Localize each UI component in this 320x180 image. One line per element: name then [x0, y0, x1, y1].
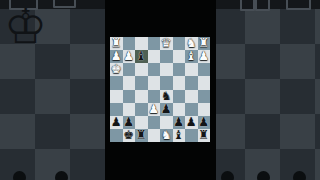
black-pawn-h7: ♟: [111, 116, 122, 129]
white-bishop-b2: ♝: [186, 50, 197, 63]
backdrop-pawn-head-dot: [13, 171, 26, 180]
screenshot-root: ♔ ♜♛♞♜♟♟♝♝♟♚♞♟♟♟♟♟♟♟♚♜♞♝♜: [0, 0, 320, 180]
black-bishop-c8: ♝: [173, 129, 184, 142]
square-d6: ♟: [160, 103, 173, 116]
square-g5: [123, 90, 136, 103]
square-c5: [173, 90, 186, 103]
square-h6: [110, 103, 123, 116]
square-g6: [123, 103, 136, 116]
square-f2: ♝: [135, 50, 148, 63]
backdrop-piece-outline: [255, 0, 270, 11]
square-e3: [148, 63, 161, 76]
backdrop-piece-outline: [286, 0, 311, 10]
white-pawn-a2: ♟: [198, 50, 209, 63]
square-a2: ♟: [198, 50, 211, 63]
square-a5: [198, 90, 211, 103]
square-g1: [123, 37, 136, 50]
square-b6: [185, 103, 198, 116]
square-d1: ♛: [160, 37, 173, 50]
black-rook-f8: ♜: [136, 129, 147, 142]
white-pawn-g2: ♟: [123, 50, 134, 63]
square-d5: ♞: [160, 90, 173, 103]
square-d4: [160, 76, 173, 89]
square-c2: [173, 50, 186, 63]
backdrop-pawn-head-dot: [221, 171, 234, 180]
square-f7: [135, 116, 148, 129]
white-knight-d8: ♞: [161, 129, 172, 142]
square-c1: [173, 37, 186, 50]
black-pawn-d6: ♟: [161, 103, 172, 116]
square-f1: [135, 37, 148, 50]
white-queen-d1: ♛: [161, 37, 172, 50]
square-d2: [160, 50, 173, 63]
square-b8: [185, 129, 198, 142]
black-pawn-b7: ♟: [186, 116, 197, 129]
backdrop-piece-outline: [53, 0, 76, 8]
square-c8: ♝: [173, 129, 186, 142]
backdrop-piece-outline: [240, 0, 255, 11]
square-b7: ♟: [185, 116, 198, 129]
black-bishop-f2: ♝: [136, 50, 147, 63]
square-a7: ♟: [198, 116, 211, 129]
video-frame: ♜♛♞♜♟♟♝♝♟♚♞♟♟♟♟♟♟♟♚♜♞♝♜: [105, 0, 216, 180]
square-a4: [198, 76, 211, 89]
square-f6: [135, 103, 148, 116]
square-b4: [185, 76, 198, 89]
black-king-g8: ♚: [123, 129, 134, 142]
square-b5: [185, 90, 198, 103]
square-e1: [148, 37, 161, 50]
square-e6: ♟: [148, 103, 161, 116]
square-e4: [148, 76, 161, 89]
square-e8: [148, 129, 161, 142]
square-b1: ♞: [185, 37, 198, 50]
black-pawn-c7: ♟: [173, 116, 184, 129]
backdrop-pawn-head-dot: [293, 171, 306, 180]
square-h1: ♜: [110, 37, 123, 50]
square-c3: [173, 63, 186, 76]
square-g2: ♟: [123, 50, 136, 63]
chess-board: ♜♛♞♜♟♟♝♝♟♚♞♟♟♟♟♟♟♟♚♜♞♝♜: [110, 37, 210, 142]
white-pawn-h2: ♟: [111, 50, 122, 63]
black-pawn-g7: ♟: [123, 116, 134, 129]
backdrop-pawn-head-dot: [55, 171, 68, 180]
white-king-h3: ♚: [111, 63, 122, 76]
square-h5: [110, 90, 123, 103]
square-a3: [198, 63, 211, 76]
white-pawn-e6: ♟: [148, 103, 159, 116]
black-rook-a8: ♜: [198, 129, 209, 142]
white-knight-b1: ♞: [186, 37, 197, 50]
king-silhouette-icon: ♔: [4, 2, 47, 50]
square-g4: [123, 76, 136, 89]
square-f8: ♜: [135, 129, 148, 142]
square-a6: [198, 103, 211, 116]
square-h8: [110, 129, 123, 142]
black-pawn-a7: ♟: [198, 116, 209, 129]
square-h3: ♚: [110, 63, 123, 76]
square-e5: [148, 90, 161, 103]
white-rook-a1: ♜: [198, 37, 209, 50]
square-f4: [135, 76, 148, 89]
square-d3: [160, 63, 173, 76]
square-d7: [160, 116, 173, 129]
black-knight-d5: ♞: [161, 90, 172, 103]
square-h2: ♟: [110, 50, 123, 63]
square-b2: ♝: [185, 50, 198, 63]
white-rook-h1: ♜: [111, 37, 122, 50]
square-b3: [185, 63, 198, 76]
square-c6: [173, 103, 186, 116]
square-a1: ♜: [198, 37, 211, 50]
square-e7: [148, 116, 161, 129]
square-g8: ♚: [123, 129, 136, 142]
backdrop-pawn-head-dot: [257, 171, 270, 180]
square-h7: ♟: [110, 116, 123, 129]
square-d8: ♞: [160, 129, 173, 142]
square-f5: [135, 90, 148, 103]
square-c7: ♟: [173, 116, 186, 129]
square-g7: ♟: [123, 116, 136, 129]
square-h4: [110, 76, 123, 89]
square-e2: [148, 50, 161, 63]
square-g3: [123, 63, 136, 76]
square-f3: [135, 63, 148, 76]
square-c4: [173, 76, 186, 89]
square-a8: ♜: [198, 129, 211, 142]
